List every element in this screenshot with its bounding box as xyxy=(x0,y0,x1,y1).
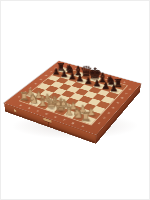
coordinate-label: 3 xyxy=(107,111,111,114)
scene: abcdefgh abcdefgh 87654321 87654321 ♜♞♝♛… xyxy=(1,1,149,199)
coordinate-label: 1 xyxy=(97,122,101,125)
coordinate-label: 5 xyxy=(116,102,120,105)
chess-board: abcdefgh abcdefgh 87654321 87654321 ♜♞♝♛… xyxy=(4,61,141,135)
coordinate-label: 8 xyxy=(128,88,132,90)
hinge-pin xyxy=(14,109,16,112)
coordinate-label: c xyxy=(36,109,40,112)
coordinate-label: 4 xyxy=(33,83,37,85)
coordinate-label: a xyxy=(19,104,23,107)
coordinate-label: 5 xyxy=(39,79,43,81)
white-rook-icon: ♜ xyxy=(81,111,92,123)
coordinate-label: g xyxy=(71,121,75,124)
coordinate-label: 6 xyxy=(44,75,48,77)
coordinate-label: 6 xyxy=(120,97,124,100)
black-pawn-icon: ♟ xyxy=(109,84,119,93)
coordinate-label: 2 xyxy=(102,117,106,120)
coordinate-label: b xyxy=(27,106,31,109)
coordinate-label: d xyxy=(45,112,49,115)
coordinate-label: 7 xyxy=(124,92,128,94)
coordinate-label: e xyxy=(54,115,58,118)
coordinate-label: h xyxy=(81,125,85,128)
board-frame: abcdefgh abcdefgh 87654321 87654321 ♜♞♝♛… xyxy=(4,61,141,135)
coordinate-label: h xyxy=(123,81,126,83)
coordinate-label: f xyxy=(63,118,66,121)
coordinate-label: 4 xyxy=(111,106,115,109)
product-photo[interactable]: abcdefgh abcdefgh 87654321 87654321 ♜♞♝♛… xyxy=(0,0,150,200)
